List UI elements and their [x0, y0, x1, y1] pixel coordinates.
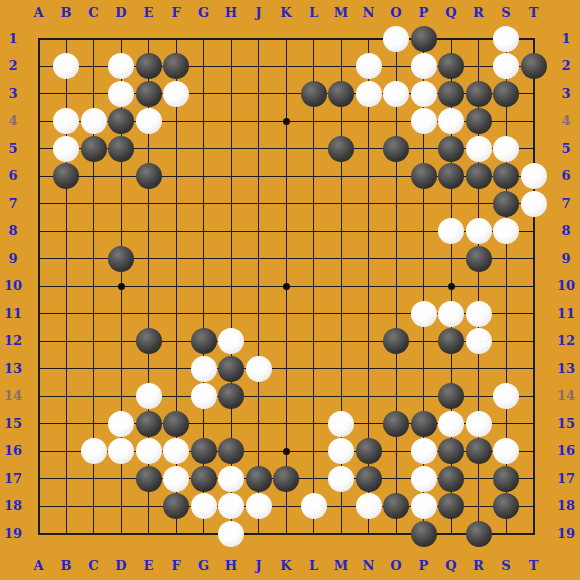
white-stone-g13[interactable] — [191, 356, 217, 382]
column-label-p: P — [412, 559, 436, 573]
column-label-e: E — [137, 6, 161, 20]
black-stone-o18[interactable] — [383, 493, 409, 519]
row-label-12: 12 — [1, 334, 25, 348]
black-stone-r19[interactable] — [466, 521, 492, 547]
white-stone-p11[interactable] — [411, 301, 437, 327]
black-stone-p6[interactable] — [411, 163, 437, 189]
column-label-o: O — [384, 6, 408, 20]
column-label-c: C — [82, 6, 106, 20]
row-label-3: 3 — [1, 87, 25, 101]
black-stone-h13[interactable] — [218, 356, 244, 382]
column-label-s: S — [494, 559, 518, 573]
white-stone-h19[interactable] — [218, 521, 244, 547]
black-stone-h16[interactable] — [218, 438, 244, 464]
row-label-15: 15 — [554, 417, 578, 431]
black-stone-p1[interactable] — [411, 26, 437, 52]
white-stone-f3[interactable] — [163, 81, 189, 107]
black-stone-o5[interactable] — [383, 136, 409, 162]
black-stone-e15[interactable] — [136, 411, 162, 437]
column-label-l: L — [302, 6, 326, 20]
column-label-m: M — [329, 6, 353, 20]
black-stone-c5[interactable] — [81, 136, 107, 162]
column-label-b: B — [54, 559, 78, 573]
white-stone-e4[interactable] — [136, 108, 162, 134]
white-stone-h17[interactable] — [218, 466, 244, 492]
white-stone-q11[interactable] — [438, 301, 464, 327]
black-stone-q5[interactable] — [438, 136, 464, 162]
white-stone-s8[interactable] — [493, 218, 519, 244]
white-stone-m15[interactable] — [328, 411, 354, 437]
white-stone-n3[interactable] — [356, 81, 382, 107]
column-label-d: D — [109, 559, 133, 573]
row-label-6: 6 — [1, 169, 25, 183]
row-label-15: 15 — [1, 417, 25, 431]
black-stone-n16[interactable] — [356, 438, 382, 464]
white-stone-s1[interactable] — [493, 26, 519, 52]
column-label-n: N — [357, 559, 381, 573]
white-stone-p17[interactable] — [411, 466, 437, 492]
black-stone-j17[interactable] — [246, 466, 272, 492]
row-label-7: 7 — [554, 197, 578, 211]
black-stone-r3[interactable] — [466, 81, 492, 107]
black-stone-d9[interactable] — [108, 246, 134, 272]
white-stone-d3[interactable] — [108, 81, 134, 107]
grid-line-vertical — [313, 38, 314, 535]
row-label-16: 16 — [1, 444, 25, 458]
black-stone-g17[interactable] — [191, 466, 217, 492]
column-label-g: G — [192, 559, 216, 573]
white-stone-m16[interactable] — [328, 438, 354, 464]
white-stone-q8[interactable] — [438, 218, 464, 244]
black-stone-f2[interactable] — [163, 53, 189, 79]
white-stone-b2[interactable] — [53, 53, 79, 79]
row-label-17: 17 — [1, 472, 25, 486]
column-label-r: R — [467, 559, 491, 573]
white-stone-d16[interactable] — [108, 438, 134, 464]
column-label-g: G — [192, 6, 216, 20]
column-label-a: A — [27, 6, 51, 20]
row-label-2: 2 — [1, 59, 25, 73]
white-stone-b4[interactable] — [53, 108, 79, 134]
white-stone-e14[interactable] — [136, 383, 162, 409]
black-stone-r6[interactable] — [466, 163, 492, 189]
white-stone-j13[interactable] — [246, 356, 272, 382]
row-label-6: 6 — [554, 169, 578, 183]
black-stone-q12[interactable] — [438, 328, 464, 354]
black-stone-q16[interactable] — [438, 438, 464, 464]
column-label-b: B — [54, 6, 78, 20]
black-stone-s6[interactable] — [493, 163, 519, 189]
black-stone-q14[interactable] — [438, 383, 464, 409]
star-point — [448, 283, 455, 290]
black-stone-s3[interactable] — [493, 81, 519, 107]
column-label-s: S — [494, 6, 518, 20]
black-stone-r4[interactable] — [466, 108, 492, 134]
column-label-k: K — [274, 559, 298, 573]
white-stone-o3[interactable] — [383, 81, 409, 107]
row-label-13: 13 — [1, 362, 25, 376]
white-stone-h18[interactable] — [218, 493, 244, 519]
row-label-14: 14 — [554, 389, 578, 403]
white-stone-r11[interactable] — [466, 301, 492, 327]
row-label-13: 13 — [554, 362, 578, 376]
column-label-j: J — [247, 6, 271, 20]
black-stone-q17[interactable] — [438, 466, 464, 492]
column-label-c: C — [82, 559, 106, 573]
row-label-9: 9 — [554, 252, 578, 266]
black-stone-g16[interactable] — [191, 438, 217, 464]
row-label-14: 14 — [1, 389, 25, 403]
grid-line-vertical — [533, 38, 535, 535]
black-stone-k17[interactable] — [273, 466, 299, 492]
white-stone-p4[interactable] — [411, 108, 437, 134]
white-stone-n18[interactable] — [356, 493, 382, 519]
column-label-t: T — [522, 6, 546, 20]
white-stone-p18[interactable] — [411, 493, 437, 519]
white-stone-t7[interactable] — [521, 191, 547, 217]
white-stone-l18[interactable] — [301, 493, 327, 519]
row-label-1: 1 — [554, 32, 578, 46]
white-stone-r12[interactable] — [466, 328, 492, 354]
black-stone-b6[interactable] — [53, 163, 79, 189]
white-stone-r8[interactable] — [466, 218, 492, 244]
black-stone-q6[interactable] — [438, 163, 464, 189]
column-label-a: A — [27, 559, 51, 573]
column-label-e: E — [137, 559, 161, 573]
column-label-h: H — [219, 6, 243, 20]
black-stone-m5[interactable] — [328, 136, 354, 162]
column-label-f: F — [164, 6, 188, 20]
white-stone-t6[interactable] — [521, 163, 547, 189]
column-label-t: T — [522, 559, 546, 573]
column-label-h: H — [219, 559, 243, 573]
column-label-p: P — [412, 6, 436, 20]
row-label-9: 9 — [1, 252, 25, 266]
row-label-19: 19 — [1, 527, 25, 541]
white-stone-g14[interactable] — [191, 383, 217, 409]
black-stone-m3[interactable] — [328, 81, 354, 107]
row-label-8: 8 — [554, 224, 578, 238]
black-stone-q3[interactable] — [438, 81, 464, 107]
column-label-m: M — [329, 559, 353, 573]
black-stone-f18[interactable] — [163, 493, 189, 519]
black-stone-o12[interactable] — [383, 328, 409, 354]
row-label-7: 7 — [1, 197, 25, 211]
row-label-18: 18 — [1, 499, 25, 513]
white-stone-c16[interactable] — [81, 438, 107, 464]
white-stone-n2[interactable] — [356, 53, 382, 79]
black-stone-o15[interactable] — [383, 411, 409, 437]
row-label-11: 11 — [1, 307, 25, 321]
black-stone-e2[interactable] — [136, 53, 162, 79]
white-stone-d15[interactable] — [108, 411, 134, 437]
row-label-4: 4 — [1, 114, 25, 128]
white-stone-j18[interactable] — [246, 493, 272, 519]
column-label-k: K — [274, 6, 298, 20]
white-stone-b5[interactable] — [53, 136, 79, 162]
black-stone-t2[interactable] — [521, 53, 547, 79]
black-stone-p15[interactable] — [411, 411, 437, 437]
white-stone-o1[interactable] — [383, 26, 409, 52]
row-label-19: 19 — [554, 527, 578, 541]
black-stone-q18[interactable] — [438, 493, 464, 519]
column-label-d: D — [109, 6, 133, 20]
white-stone-p3[interactable] — [411, 81, 437, 107]
star-point — [283, 118, 290, 125]
black-stone-p19[interactable] — [411, 521, 437, 547]
column-label-j: J — [247, 559, 271, 573]
row-label-4: 4 — [554, 114, 578, 128]
white-stone-s14[interactable] — [493, 383, 519, 409]
row-label-12: 12 — [554, 334, 578, 348]
black-stone-r9[interactable] — [466, 246, 492, 272]
grid-line-horizontal — [38, 368, 535, 369]
column-label-l: L — [302, 559, 326, 573]
white-stone-s16[interactable] — [493, 438, 519, 464]
black-stone-f15[interactable] — [163, 411, 189, 437]
column-label-o: O — [384, 559, 408, 573]
black-stone-s17[interactable] — [493, 466, 519, 492]
star-point — [283, 448, 290, 455]
white-stone-f16[interactable] — [163, 438, 189, 464]
white-stone-r15[interactable] — [466, 411, 492, 437]
star-point — [118, 283, 125, 290]
row-label-8: 8 — [1, 224, 25, 238]
black-stone-s18[interactable] — [493, 493, 519, 519]
column-label-q: Q — [439, 559, 463, 573]
column-label-r: R — [467, 6, 491, 20]
black-stone-e12[interactable] — [136, 328, 162, 354]
row-label-16: 16 — [554, 444, 578, 458]
white-stone-p2[interactable] — [411, 53, 437, 79]
white-stone-f17[interactable] — [163, 466, 189, 492]
row-label-3: 3 — [554, 87, 578, 101]
row-label-10: 10 — [1, 279, 25, 293]
black-stone-h14[interactable] — [218, 383, 244, 409]
column-label-q: Q — [439, 6, 463, 20]
row-label-10: 10 — [554, 279, 578, 293]
white-stone-g18[interactable] — [191, 493, 217, 519]
row-label-5: 5 — [554, 142, 578, 156]
white-stone-d2[interactable] — [108, 53, 134, 79]
black-stone-e17[interactable] — [136, 466, 162, 492]
row-label-18: 18 — [554, 499, 578, 513]
white-stone-p16[interactable] — [411, 438, 437, 464]
white-stone-s5[interactable] — [493, 136, 519, 162]
white-stone-c4[interactable] — [81, 108, 107, 134]
grid-line-horizontal — [38, 533, 535, 535]
column-label-n: N — [357, 6, 381, 20]
white-stone-m17[interactable] — [328, 466, 354, 492]
black-stone-e3[interactable] — [136, 81, 162, 107]
white-stone-r5[interactable] — [466, 136, 492, 162]
star-point — [283, 283, 290, 290]
column-label-f: F — [164, 559, 188, 573]
black-stone-d5[interactable] — [108, 136, 134, 162]
go-board[interactable]: AABBCCDDEEFFGGHHJJKKLLMMNNOOPPQQRRSSTT11… — [0, 0, 580, 580]
row-label-2: 2 — [554, 59, 578, 73]
black-stone-s7[interactable] — [493, 191, 519, 217]
row-label-11: 11 — [554, 307, 578, 321]
row-label-17: 17 — [554, 472, 578, 486]
black-stone-n17[interactable] — [356, 466, 382, 492]
black-stone-g12[interactable] — [191, 328, 217, 354]
white-stone-e16[interactable] — [136, 438, 162, 464]
row-label-5: 5 — [1, 142, 25, 156]
black-stone-e6[interactable] — [136, 163, 162, 189]
white-stone-s2[interactable] — [493, 53, 519, 79]
black-stone-l3[interactable] — [301, 81, 327, 107]
white-stone-q15[interactable] — [438, 411, 464, 437]
grid-line-vertical — [396, 38, 397, 535]
black-stone-q2[interactable] — [438, 53, 464, 79]
row-label-1: 1 — [1, 32, 25, 46]
white-stone-q4[interactable] — [438, 108, 464, 134]
black-stone-d4[interactable] — [108, 108, 134, 134]
white-stone-h12[interactable] — [218, 328, 244, 354]
black-stone-r16[interactable] — [466, 438, 492, 464]
